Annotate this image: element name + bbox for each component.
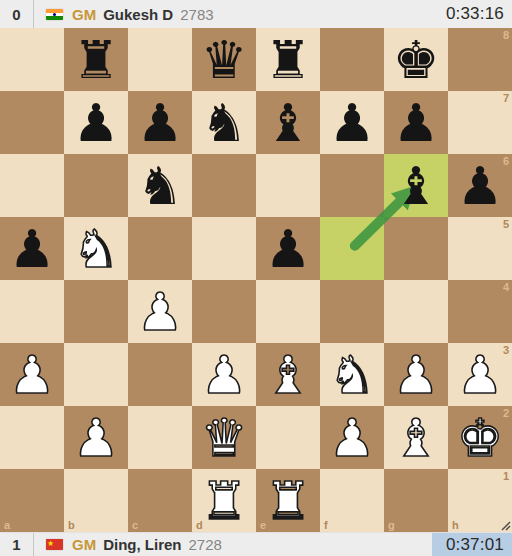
player-name-bottom: Ding, Liren xyxy=(103,536,181,553)
square-c6[interactable]: ♞ xyxy=(128,154,192,217)
square-b7[interactable]: ♟ xyxy=(64,91,128,154)
file-label-g: g xyxy=(388,519,395,531)
square-e5[interactable]: ♟ xyxy=(256,217,320,280)
gm-title-bottom: GM xyxy=(72,536,96,553)
gm-title-top: GM xyxy=(72,6,96,23)
square-h6[interactable]: 6♟ xyxy=(448,154,512,217)
square-c2[interactable] xyxy=(128,406,192,469)
clock-top: 0:33:16 xyxy=(432,0,512,28)
rank-label-1: 1 xyxy=(503,470,509,482)
square-d5[interactable] xyxy=(192,217,256,280)
rank-label-6: 6 xyxy=(503,155,509,167)
piece-black-pawn[interactable]: ♟ xyxy=(64,91,128,154)
piece-black-pawn[interactable]: ♟ xyxy=(0,217,64,280)
square-a4[interactable] xyxy=(0,280,64,343)
square-d8[interactable]: ♛ xyxy=(192,28,256,91)
piece-white-knight[interactable]: ♞ xyxy=(64,217,128,280)
piece-black-knight[interactable]: ♞ xyxy=(192,91,256,154)
square-a1[interactable]: a xyxy=(0,469,64,532)
square-a5[interactable]: ♟ xyxy=(0,217,64,280)
square-b2[interactable]: ♟ xyxy=(64,406,128,469)
piece-black-pawn[interactable]: ♟ xyxy=(256,217,320,280)
rank-label-8: 8 xyxy=(503,29,509,41)
india-flag-icon xyxy=(46,9,63,20)
square-g3[interactable]: ♟ xyxy=(384,343,448,406)
square-h4[interactable]: 4 xyxy=(448,280,512,343)
square-h5[interactable]: 5 xyxy=(448,217,512,280)
player-rating-top: 2783 xyxy=(180,6,213,23)
square-g8[interactable]: ♚ xyxy=(384,28,448,91)
piece-white-pawn[interactable]: ♟ xyxy=(0,343,64,406)
square-b5[interactable]: ♞ xyxy=(64,217,128,280)
square-g7[interactable]: ♟ xyxy=(384,91,448,154)
rank-label-7: 7 xyxy=(503,92,509,104)
square-b1[interactable]: b xyxy=(64,469,128,532)
square-f8[interactable] xyxy=(320,28,384,91)
clock-bottom: 0:37:01 xyxy=(432,533,512,556)
square-e4[interactable] xyxy=(256,280,320,343)
square-f3[interactable]: ♞ xyxy=(320,343,384,406)
piece-white-queen[interactable]: ♛ xyxy=(192,406,256,469)
piece-black-rook[interactable]: ♜ xyxy=(64,28,128,91)
piece-white-knight[interactable]: ♞ xyxy=(320,343,384,406)
file-label-a: a xyxy=(4,519,10,531)
square-h7[interactable]: 7 xyxy=(448,91,512,154)
square-f4[interactable] xyxy=(320,280,384,343)
square-c7[interactable]: ♟ xyxy=(128,91,192,154)
rank-label-5: 5 xyxy=(503,218,509,230)
square-g5[interactable] xyxy=(384,217,448,280)
piece-white-pawn[interactable]: ♟ xyxy=(192,343,256,406)
piece-white-pawn[interactable]: ♟ xyxy=(384,343,448,406)
piece-white-pawn[interactable]: ♟ xyxy=(128,280,192,343)
piece-black-knight[interactable]: ♞ xyxy=(128,154,192,217)
square-d7[interactable]: ♞ xyxy=(192,91,256,154)
square-f6[interactable] xyxy=(320,154,384,217)
square-d6[interactable] xyxy=(192,154,256,217)
piece-black-queen[interactable]: ♛ xyxy=(192,28,256,91)
square-g1[interactable]: g xyxy=(384,469,448,532)
piece-black-bishop[interactable]: ♝ xyxy=(256,91,320,154)
square-b3[interactable] xyxy=(64,343,128,406)
piece-black-pawn[interactable]: ♟ xyxy=(384,91,448,154)
piece-white-bishop[interactable]: ♝ xyxy=(256,343,320,406)
square-c8[interactable] xyxy=(128,28,192,91)
match-score-top: 0 xyxy=(0,0,34,28)
square-a7[interactable] xyxy=(0,91,64,154)
chess-board: ♜♛♜♚8♟♟♞♝♟♟7♞♝6♟♟♞♟5♟4♟♟♝♞♟3♟♟♛♟♝2♚abcd♜… xyxy=(0,28,512,532)
piece-black-rook[interactable]: ♜ xyxy=(256,28,320,91)
rank-label-3: 3 xyxy=(503,344,509,356)
match-score-bottom: 1 xyxy=(0,533,34,556)
file-label-c: c xyxy=(132,519,138,531)
file-label-d: d xyxy=(196,519,203,531)
square-e1[interactable]: e♜ xyxy=(256,469,320,532)
player-rating-bottom: 2728 xyxy=(189,536,222,553)
square-h8[interactable]: 8 xyxy=(448,28,512,91)
square-e2[interactable] xyxy=(256,406,320,469)
square-d2[interactable]: ♛ xyxy=(192,406,256,469)
player-name-top: Gukesh D xyxy=(103,6,173,23)
square-b4[interactable] xyxy=(64,280,128,343)
square-f1[interactable]: f xyxy=(320,469,384,532)
square-c1[interactable]: c xyxy=(128,469,192,532)
square-e3[interactable]: ♝ xyxy=(256,343,320,406)
square-d4[interactable] xyxy=(192,280,256,343)
file-label-b: b xyxy=(68,519,75,531)
file-label-f: f xyxy=(324,519,328,531)
square-b8[interactable]: ♜ xyxy=(64,28,128,91)
rank-label-2: 2 xyxy=(503,407,509,419)
square-h2[interactable]: 2♚ xyxy=(448,406,512,469)
piece-white-pawn[interactable]: ♟ xyxy=(320,406,384,469)
piece-white-bishop[interactable]: ♝ xyxy=(384,406,448,469)
square-e6[interactable] xyxy=(256,154,320,217)
square-e8[interactable]: ♜ xyxy=(256,28,320,91)
square-b6[interactable] xyxy=(64,154,128,217)
square-a8[interactable] xyxy=(0,28,64,91)
square-d3[interactable]: ♟ xyxy=(192,343,256,406)
square-a6[interactable] xyxy=(0,154,64,217)
square-f2[interactable]: ♟ xyxy=(320,406,384,469)
square-g4[interactable] xyxy=(384,280,448,343)
square-f7[interactable]: ♟ xyxy=(320,91,384,154)
piece-black-king[interactable]: ♚ xyxy=(384,28,448,91)
rank-label-4: 4 xyxy=(503,281,509,293)
square-c3[interactable] xyxy=(128,343,192,406)
piece-black-pawn[interactable]: ♟ xyxy=(320,91,384,154)
square-g2[interactable]: ♝ xyxy=(384,406,448,469)
file-label-e: e xyxy=(260,519,266,531)
square-c4[interactable]: ♟ xyxy=(128,280,192,343)
piece-black-bishop[interactable]: ♝ xyxy=(384,154,448,217)
square-h3[interactable]: 3♟ xyxy=(448,343,512,406)
square-d1[interactable]: d♜ xyxy=(192,469,256,532)
square-e7[interactable]: ♝ xyxy=(256,91,320,154)
file-label-h: h xyxy=(452,519,459,531)
china-flag-icon xyxy=(46,539,63,550)
square-a3[interactable]: ♟ xyxy=(0,343,64,406)
piece-black-pawn[interactable]: ♟ xyxy=(128,91,192,154)
square-f5[interactable] xyxy=(320,217,384,280)
top-player-bar: 0 GM Gukesh D 2783 0:33:16 xyxy=(0,0,512,28)
piece-white-pawn[interactable]: ♟ xyxy=(64,406,128,469)
resize-handle[interactable] xyxy=(499,519,511,531)
square-a2[interactable] xyxy=(0,406,64,469)
bottom-player-bar: 1 GM Ding, Liren 2728 0:37:01 xyxy=(0,532,512,556)
square-c5[interactable] xyxy=(128,217,192,280)
square-g6[interactable]: ♝ xyxy=(384,154,448,217)
